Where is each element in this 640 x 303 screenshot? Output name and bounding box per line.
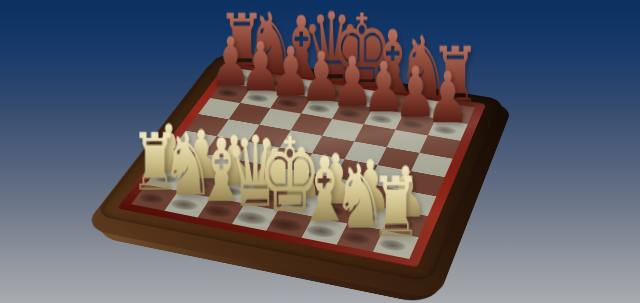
square-h7[interactable]: ♟ [428,118,468,140]
chess-render-scene: ♜♞♝♛♚♝♞♜♟♟♟♟♟♟♟♟♟♟♟♟♟♟♟♟♜♞♝♛♚♝♞♜ [0,0,640,303]
red-pawn-glyph: ♟ [404,63,492,134]
white-rook-glyph: ♜ [347,166,446,249]
chess-board-3d: ♜♞♝♛♚♝♞♜♟♟♟♟♟♟♟♟♟♟♟♟♟♟♟♟♜♞♝♛♚♝♞♜ [94,53,504,282]
